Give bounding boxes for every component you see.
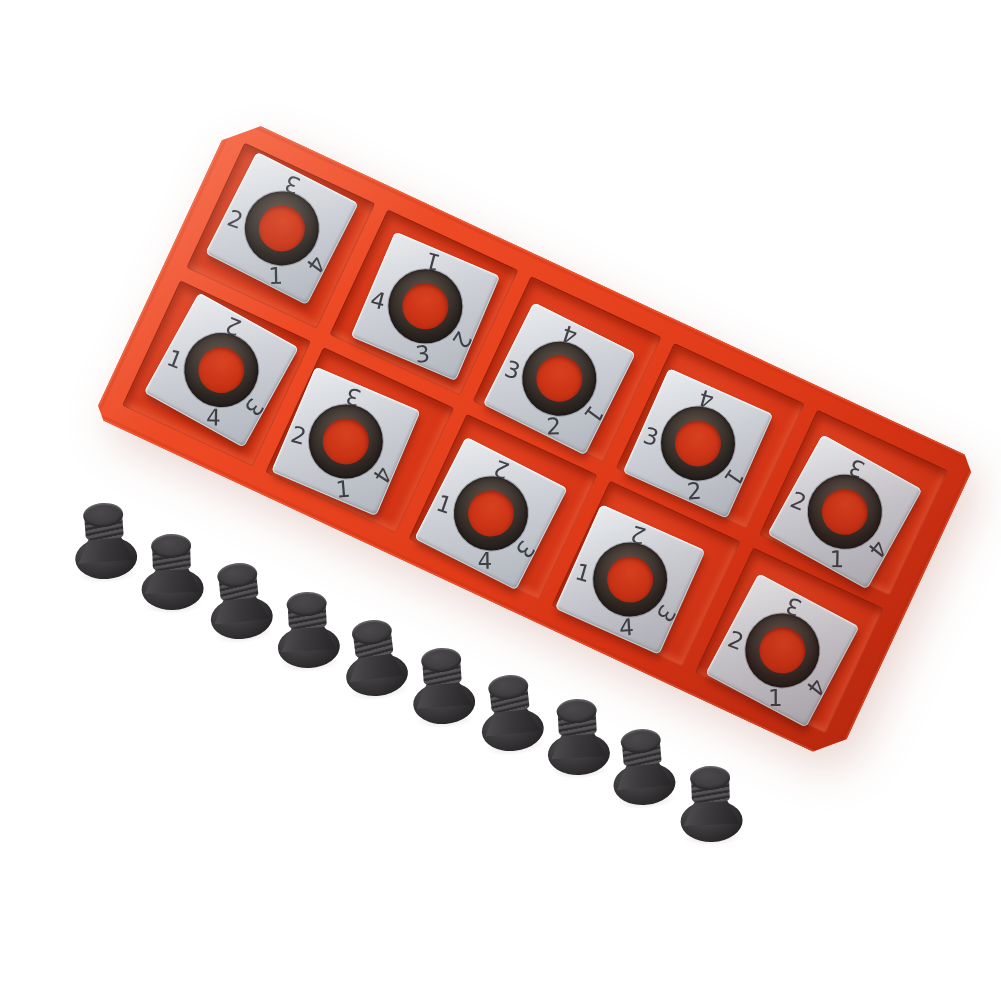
edge-number-bottom: 1: [268, 265, 283, 288]
insert-bore-hole: [460, 483, 522, 545]
insert-screw: [407, 646, 478, 726]
insert-screw: [543, 697, 613, 776]
edge-number-bottom: 1: [830, 548, 845, 571]
edge-number-left: 2: [288, 423, 308, 449]
edge-number-left: 3: [640, 424, 660, 450]
edge-number-bottom: 2: [546, 415, 561, 438]
edge-number-bottom: 1: [768, 687, 783, 710]
insert-bore-hole: [751, 619, 813, 681]
insert-screw: [677, 765, 746, 843]
carbide-insert: 1 2 3 4: [351, 232, 500, 381]
insert-screw: [338, 616, 413, 699]
insert-screw: [474, 672, 548, 754]
carbide-insert: 2 3 4 1: [414, 437, 567, 590]
tray-grid: 3 4 1 2 1 2 3 4: [122, 143, 948, 734]
insert-screw: [273, 590, 343, 669]
insert-bore-hole: [528, 348, 590, 410]
edge-number-left: 1: [573, 560, 593, 586]
insert-bore-hole: [600, 549, 661, 610]
edge-number-bottom: 2: [686, 480, 702, 504]
insert-screw: [203, 560, 277, 642]
insert-screw: [607, 726, 679, 807]
carbide-insert: 3 4 1 2: [271, 367, 420, 516]
carbide-insert: 2 3 4 1: [144, 293, 299, 448]
edge-number-bottom: 3: [414, 343, 431, 367]
insert-screw: [138, 533, 207, 611]
edge-number-left: 1: [433, 492, 454, 519]
insert-bore-hole: [251, 197, 313, 259]
product-photo: 3 4 1 2 1 2 3 4: [0, 0, 1001, 1001]
edge-number-bottom: 4: [619, 616, 635, 640]
edge-number-left: 1: [164, 347, 186, 374]
edge-number-left: 3: [502, 357, 523, 383]
edge-number-left: 4: [368, 288, 388, 314]
insert-bore-hole: [814, 481, 877, 544]
insert-tray: 3 4 1 2 1 2 3 4: [93, 113, 977, 762]
insert-bore-hole: [395, 276, 455, 336]
carbide-insert: 4 1 2 3: [623, 368, 774, 519]
insert-screw: [69, 501, 140, 581]
edge-number-bottom: 4: [477, 550, 492, 573]
insert-bore-hole: [668, 413, 729, 474]
insert-bore-hole: [190, 339, 253, 402]
edge-number-left: 2: [224, 207, 245, 234]
edge-number-bottom: 4: [206, 406, 221, 429]
edge-number-bottom: 1: [335, 478, 352, 502]
edge-number-left: 2: [725, 628, 747, 655]
edge-number-left: 2: [787, 488, 809, 515]
insert-bore-hole: [316, 411, 376, 471]
carbide-insert: 3 4 1 2: [705, 573, 859, 727]
carbide-insert: 3 4 1 2: [205, 152, 358, 305]
carbide-insert: 2 3 4 1: [555, 504, 706, 655]
